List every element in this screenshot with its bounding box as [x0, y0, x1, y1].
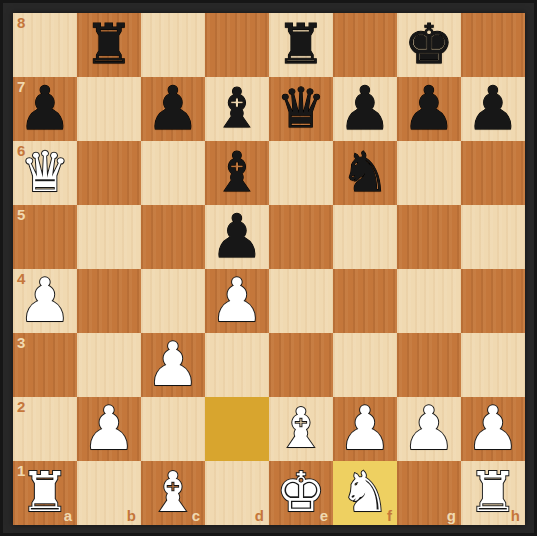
piece-black-queen-icon[interactable]: ♛ [269, 77, 333, 141]
square-e1[interactable]: e♚ [269, 461, 333, 525]
square-h5[interactable] [461, 205, 525, 269]
square-b6[interactable] [77, 141, 141, 205]
square-d1[interactable]: d [205, 461, 269, 525]
square-a7[interactable]: 7♟ [13, 77, 77, 141]
square-b8[interactable]: ♜ [77, 13, 141, 77]
piece-white-pawn-icon[interactable]: ♟ [141, 333, 205, 397]
chess-app-background: { "game": "chess", "position": { "fen": … [0, 0, 537, 536]
square-h7[interactable]: ♟ [461, 77, 525, 141]
rank-label-2: 2 [17, 398, 25, 416]
piece-white-pawn-icon[interactable]: ♟ [13, 269, 77, 333]
square-h8[interactable] [461, 13, 525, 77]
square-c3[interactable]: ♟ [141, 333, 205, 397]
square-g4[interactable] [397, 269, 461, 333]
piece-black-knight-icon[interactable]: ♞ [333, 141, 397, 205]
piece-black-bishop-icon[interactable]: ♝ [205, 77, 269, 141]
square-a8[interactable]: 8 [13, 13, 77, 77]
square-e7[interactable]: ♛ [269, 77, 333, 141]
square-h4[interactable] [461, 269, 525, 333]
square-a4[interactable]: 4♟ [13, 269, 77, 333]
rank-label-8: 8 [17, 14, 25, 32]
square-b2[interactable]: ♟ [77, 397, 141, 461]
file-label-d: d [255, 507, 264, 525]
piece-white-king-icon[interactable]: ♚ [269, 461, 333, 525]
square-d8[interactable] [205, 13, 269, 77]
file-label-b: b [127, 507, 136, 525]
square-d2[interactable] [205, 397, 269, 461]
square-g7[interactable]: ♟ [397, 77, 461, 141]
square-g8[interactable]: ♚ [397, 13, 461, 77]
square-e6[interactable] [269, 141, 333, 205]
square-h2[interactable]: ♟ [461, 397, 525, 461]
square-d3[interactable] [205, 333, 269, 397]
square-f6[interactable]: ♞ [333, 141, 397, 205]
piece-black-pawn-icon[interactable]: ♟ [13, 77, 77, 141]
square-d6[interactable]: ♝ [205, 141, 269, 205]
square-g1[interactable]: g [397, 461, 461, 525]
square-f8[interactable] [333, 13, 397, 77]
square-e3[interactable] [269, 333, 333, 397]
square-f5[interactable] [333, 205, 397, 269]
square-g3[interactable] [397, 333, 461, 397]
square-g5[interactable] [397, 205, 461, 269]
square-c1[interactable]: c♝ [141, 461, 205, 525]
square-c6[interactable] [141, 141, 205, 205]
square-f4[interactable] [333, 269, 397, 333]
square-d5[interactable]: ♟ [205, 205, 269, 269]
square-a3[interactable]: 3 [13, 333, 77, 397]
piece-black-rook-icon[interactable]: ♜ [269, 13, 333, 77]
piece-white-rook-icon[interactable]: ♜ [13, 461, 77, 525]
piece-white-pawn-icon[interactable]: ♟ [333, 397, 397, 461]
square-e4[interactable] [269, 269, 333, 333]
square-e8[interactable]: ♜ [269, 13, 333, 77]
square-a1[interactable]: 1a♜ [13, 461, 77, 525]
piece-black-king-icon[interactable]: ♚ [397, 13, 461, 77]
file-label-g: g [447, 507, 456, 525]
piece-black-rook-icon[interactable]: ♜ [77, 13, 141, 77]
piece-black-bishop-icon[interactable]: ♝ [205, 141, 269, 205]
rank-label-3: 3 [17, 334, 25, 352]
square-h3[interactable] [461, 333, 525, 397]
square-b3[interactable] [77, 333, 141, 397]
square-b7[interactable] [77, 77, 141, 141]
square-a6[interactable]: 6♛ [13, 141, 77, 205]
rank-label-5: 5 [17, 206, 25, 224]
square-b1[interactable]: b [77, 461, 141, 525]
chess-board: 8♜♜♚7♟♟♝♛♟♟♟6♛♝♞5♟4♟♟3♟2♟♝♟♟♟1a♜bc♝de♚f♞… [13, 13, 525, 525]
square-b4[interactable] [77, 269, 141, 333]
square-d4[interactable]: ♟ [205, 269, 269, 333]
piece-white-pawn-icon[interactable]: ♟ [205, 269, 269, 333]
piece-white-knight-icon[interactable]: ♞ [333, 461, 397, 525]
square-f7[interactable]: ♟ [333, 77, 397, 141]
piece-black-pawn-icon[interactable]: ♟ [205, 205, 269, 269]
square-c2[interactable] [141, 397, 205, 461]
square-f2[interactable]: ♟ [333, 397, 397, 461]
square-h1[interactable]: h♜ [461, 461, 525, 525]
square-f3[interactable] [333, 333, 397, 397]
square-b5[interactable] [77, 205, 141, 269]
piece-white-pawn-icon[interactable]: ♟ [77, 397, 141, 461]
square-g2[interactable]: ♟ [397, 397, 461, 461]
piece-white-bishop-icon[interactable]: ♝ [141, 461, 205, 525]
piece-white-rook-icon[interactable]: ♜ [461, 461, 525, 525]
square-g6[interactable] [397, 141, 461, 205]
square-d7[interactable]: ♝ [205, 77, 269, 141]
piece-black-pawn-icon[interactable]: ♟ [461, 77, 525, 141]
square-c4[interactable] [141, 269, 205, 333]
square-c8[interactable] [141, 13, 205, 77]
square-a5[interactable]: 5 [13, 205, 77, 269]
piece-white-pawn-icon[interactable]: ♟ [397, 397, 461, 461]
piece-black-pawn-icon[interactable]: ♟ [333, 77, 397, 141]
square-a2[interactable]: 2 [13, 397, 77, 461]
square-c5[interactable] [141, 205, 205, 269]
square-f1[interactable]: f♞ [333, 461, 397, 525]
square-e2[interactable]: ♝ [269, 397, 333, 461]
square-h6[interactable] [461, 141, 525, 205]
piece-black-pawn-icon[interactable]: ♟ [397, 77, 461, 141]
square-e5[interactable] [269, 205, 333, 269]
square-c7[interactable]: ♟ [141, 77, 205, 141]
piece-white-queen-icon[interactable]: ♛ [13, 141, 77, 205]
piece-white-bishop-icon[interactable]: ♝ [269, 397, 333, 461]
piece-white-pawn-icon[interactable]: ♟ [461, 397, 525, 461]
piece-black-pawn-icon[interactable]: ♟ [141, 77, 205, 141]
